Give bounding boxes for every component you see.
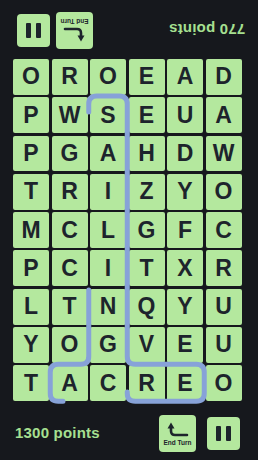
end-turn-label: End Turn [163, 439, 191, 446]
letter-tile[interactable]: Y [167, 289, 203, 325]
return-arrow-icon [63, 26, 87, 43]
letter-tile[interactable]: O [52, 327, 88, 363]
letter-tile[interactable]: E [167, 365, 203, 401]
top-end-turn-button[interactable]: End Turn [56, 12, 93, 49]
letter-tile[interactable]: O [206, 174, 242, 210]
letter-tile[interactable]: C [52, 212, 88, 248]
letter-tile[interactable]: O [13, 59, 49, 95]
letter-tile[interactable]: D [206, 59, 242, 95]
letter-tile[interactable]: W [206, 136, 242, 172]
pause-icon [216, 426, 221, 441]
bottom-pause-button[interactable] [207, 417, 240, 450]
letter-tile[interactable]: F [167, 212, 203, 248]
letter-tile[interactable]: T [129, 250, 165, 286]
letter-tile[interactable]: V [129, 327, 165, 363]
letter-tile[interactable]: O [90, 59, 126, 95]
letter-tile[interactable]: U [206, 327, 242, 363]
pause-icon [26, 23, 31, 38]
letter-tile[interactable]: P [13, 97, 49, 133]
letter-tile[interactable]: Q [129, 289, 165, 325]
game-screen: End Turn 770 points OROEADPWSEUAPGAHDWTR… [0, 0, 258, 460]
letter-tile[interactable]: W [52, 97, 88, 133]
letter-tile[interactable]: G [90, 327, 126, 363]
letter-tile[interactable]: O [206, 365, 242, 401]
end-turn-label: End Turn [60, 18, 88, 25]
letter-tile[interactable]: Y [13, 327, 49, 363]
letter-tile[interactable]: A [206, 97, 242, 133]
letter-tile[interactable]: U [167, 97, 203, 133]
letter-tile[interactable]: E [129, 97, 165, 133]
top-pause-button[interactable] [17, 14, 50, 47]
letter-tile[interactable]: P [13, 250, 49, 286]
letter-tile[interactable]: D [167, 136, 203, 172]
letter-tile[interactable]: A [52, 365, 88, 401]
bottom-end-turn-button[interactable]: End Turn [159, 415, 196, 452]
bottom-player-score: 1300 points [15, 424, 100, 441]
letter-tile[interactable]: G [52, 136, 88, 172]
letter-tile[interactable]: N [90, 289, 126, 325]
letter-tile[interactable]: A [167, 59, 203, 95]
letter-tile[interactable]: A [90, 136, 126, 172]
letter-tile[interactable]: E [129, 59, 165, 95]
letter-tile[interactable]: Y [167, 174, 203, 210]
letter-tile[interactable]: L [13, 289, 49, 325]
letter-tile[interactable]: R [129, 365, 165, 401]
top-player-score: 770 points [169, 21, 245, 38]
letter-tile[interactable]: R [52, 174, 88, 210]
letter-tile[interactable]: Z [129, 174, 165, 210]
letter-tile[interactable]: T [13, 365, 49, 401]
letter-tile[interactable]: R [206, 250, 242, 286]
letter-tile[interactable]: G [129, 212, 165, 248]
pause-icon [226, 426, 231, 441]
return-arrow-icon [166, 421, 190, 438]
letter-tile[interactable]: P [13, 136, 49, 172]
letter-tile[interactable]: C [52, 250, 88, 286]
letter-tile[interactable]: T [52, 289, 88, 325]
letter-tile[interactable]: E [167, 327, 203, 363]
letter-tile[interactable]: H [129, 136, 165, 172]
letter-tile[interactable]: T [13, 174, 49, 210]
letter-tile[interactable]: L [90, 212, 126, 248]
letter-tile[interactable]: C [206, 212, 242, 248]
letter-tile[interactable]: X [167, 250, 203, 286]
letter-grid: OROEADPWSEUAPGAHDWTRIZYOMCLGFCPCITXRLTNQ… [13, 59, 242, 401]
letter-tile[interactable]: I [90, 250, 126, 286]
letter-tile[interactable]: M [13, 212, 49, 248]
letter-tile[interactable]: S [90, 97, 126, 133]
pause-icon [36, 23, 41, 38]
letter-tile[interactable]: U [206, 289, 242, 325]
letter-tile[interactable]: I [90, 174, 126, 210]
letter-tile[interactable]: R [52, 59, 88, 95]
letter-tile[interactable]: C [90, 365, 126, 401]
